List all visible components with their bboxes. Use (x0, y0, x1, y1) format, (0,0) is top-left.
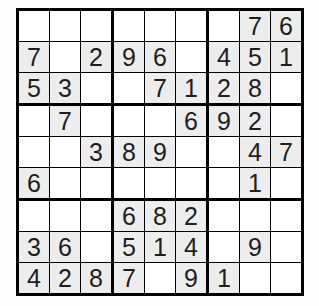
cell-r8c4: 5 (114, 232, 145, 263)
cell-r5c4: 8 (114, 137, 145, 168)
cell-r6c6[interactable] (176, 168, 209, 201)
cell-r8c7[interactable] (209, 232, 240, 263)
cell-r1c6[interactable] (176, 11, 209, 42)
cell-r4c4[interactable] (114, 106, 145, 137)
cell-r3c8: 8 (240, 73, 271, 106)
cell-r9c1: 4 (19, 263, 50, 293)
cell-r9c5[interactable] (145, 263, 176, 293)
cell-r7c7[interactable] (209, 201, 240, 232)
cell-r7c1[interactable] (19, 201, 50, 232)
cell-r4c6: 6 (176, 106, 209, 137)
cell-r3c9[interactable] (271, 73, 301, 106)
cell-r9c8[interactable] (240, 263, 271, 293)
cell-r2c9: 1 (271, 42, 301, 73)
cell-r2c4: 9 (114, 42, 145, 73)
cell-r2c6[interactable] (176, 42, 209, 73)
cell-r4c8: 2 (240, 106, 271, 137)
cell-r2c3: 2 (81, 42, 114, 73)
cell-r2c5: 6 (145, 42, 176, 73)
cell-r6c9[interactable] (271, 168, 301, 201)
cell-r7c4: 6 (114, 201, 145, 232)
cell-r8c2: 6 (50, 232, 81, 263)
cell-r8c5: 1 (145, 232, 176, 263)
cell-r8c1: 3 (19, 232, 50, 263)
cell-r3c6: 1 (176, 73, 209, 106)
cell-r2c8: 5 (240, 42, 271, 73)
cell-r8c6: 4 (176, 232, 209, 263)
cell-r4c7: 9 (209, 106, 240, 137)
cell-r9c9[interactable] (271, 263, 301, 293)
cell-r5c2[interactable] (50, 137, 81, 168)
cell-r6c7[interactable] (209, 168, 240, 201)
cell-r1c3[interactable] (81, 11, 114, 42)
cell-r6c3[interactable] (81, 168, 114, 201)
cell-r6c2[interactable] (50, 168, 81, 201)
cell-r9c3: 8 (81, 263, 114, 293)
cell-r1c9: 6 (271, 11, 301, 42)
cell-r1c5[interactable] (145, 11, 176, 42)
cell-r8c8: 9 (240, 232, 271, 263)
cell-r5c9: 7 (271, 137, 301, 168)
cell-r7c5: 8 (145, 201, 176, 232)
page: 7672964515371287692389476168236514942879… (0, 0, 319, 306)
cell-r3c3[interactable] (81, 73, 114, 106)
cell-r4c1[interactable] (19, 106, 50, 137)
cell-r3c5: 7 (145, 73, 176, 106)
cell-r6c5[interactable] (145, 168, 176, 201)
cell-r4c3[interactable] (81, 106, 114, 137)
cell-r9c7: 1 (209, 263, 240, 293)
cell-r5c1[interactable] (19, 137, 50, 168)
cell-r4c2: 7 (50, 106, 81, 137)
cell-r7c9[interactable] (271, 201, 301, 232)
cell-r3c2: 3 (50, 73, 81, 106)
cell-r5c7[interactable] (209, 137, 240, 168)
cell-r5c5: 9 (145, 137, 176, 168)
cell-r7c3[interactable] (81, 201, 114, 232)
cell-r5c3: 3 (81, 137, 114, 168)
cell-r6c1: 6 (19, 168, 50, 201)
cell-r1c4[interactable] (114, 11, 145, 42)
cell-r6c8: 1 (240, 168, 271, 201)
cell-r7c8[interactable] (240, 201, 271, 232)
cell-r1c2[interactable] (50, 11, 81, 42)
cell-r2c7: 4 (209, 42, 240, 73)
cell-r9c4: 7 (114, 263, 145, 293)
cell-r7c2[interactable] (50, 201, 81, 232)
cell-r2c2[interactable] (50, 42, 81, 73)
cell-r4c9[interactable] (271, 106, 301, 137)
cell-r5c6[interactable] (176, 137, 209, 168)
cell-r4c5[interactable] (145, 106, 176, 137)
cell-r7c6: 2 (176, 201, 209, 232)
cell-r8c9[interactable] (271, 232, 301, 263)
cell-r3c1: 5 (19, 73, 50, 106)
cell-r6c4[interactable] (114, 168, 145, 201)
cell-r1c8: 7 (240, 11, 271, 42)
cell-r5c8: 4 (240, 137, 271, 168)
cell-r1c7[interactable] (209, 11, 240, 42)
cell-r3c4[interactable] (114, 73, 145, 106)
cell-r9c6: 9 (176, 263, 209, 293)
sudoku-board: 7672964515371287692389476168236514942879… (16, 8, 304, 296)
cell-r1c1[interactable] (19, 11, 50, 42)
cell-r3c7: 2 (209, 73, 240, 106)
cell-r8c3[interactable] (81, 232, 114, 263)
cell-r9c2: 2 (50, 263, 81, 293)
cell-r2c1: 7 (19, 42, 50, 73)
